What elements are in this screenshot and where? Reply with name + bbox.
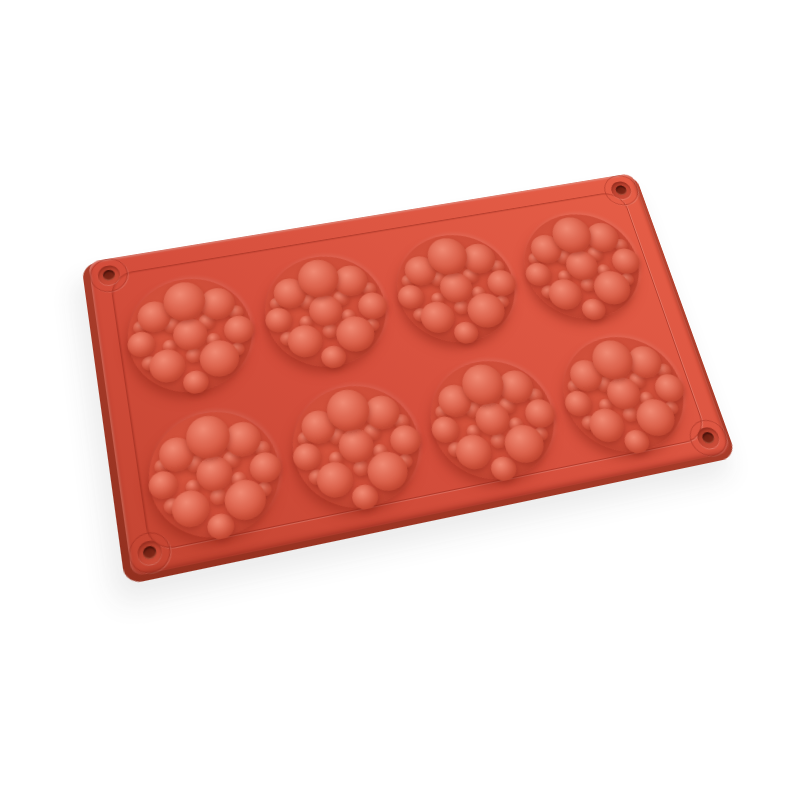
cavity-dome xyxy=(137,398,294,553)
mold-tray xyxy=(88,173,732,577)
mold-surface xyxy=(88,173,732,577)
cavity-dome xyxy=(117,267,265,406)
photo-background xyxy=(0,0,800,800)
